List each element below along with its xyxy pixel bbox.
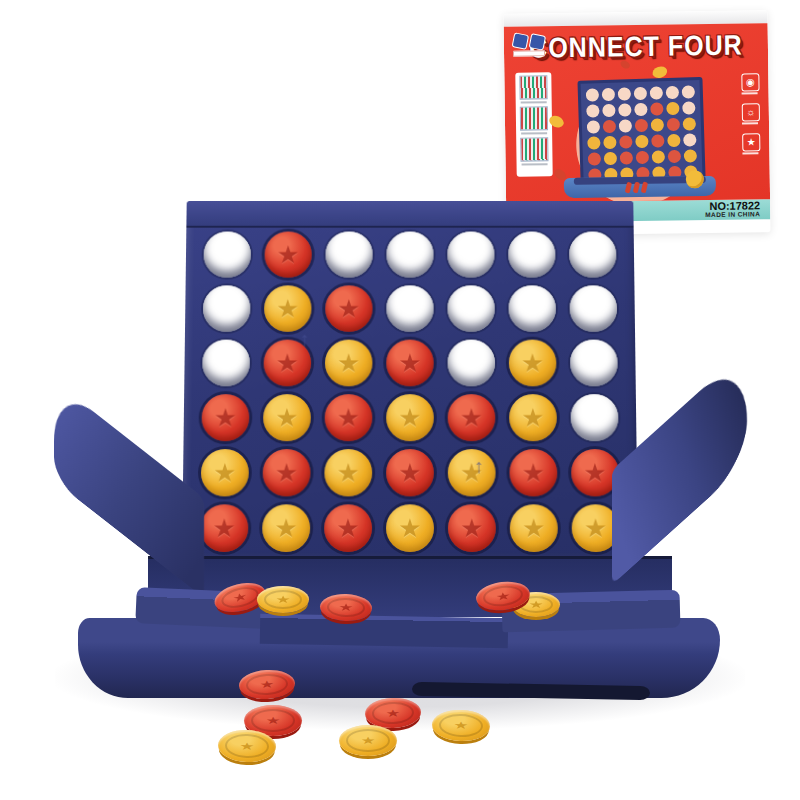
red-disc: ★ xyxy=(509,449,557,496)
box-art-hole xyxy=(666,86,679,99)
cell-r3c3: ★ xyxy=(318,336,379,391)
base-left-arm xyxy=(54,381,204,598)
board-panel: ★★★★★★★★★★★★★★★★★★★★★★★★★★★ ↑ ↑ xyxy=(182,201,638,556)
disc-star-emboss: ★ xyxy=(231,591,248,605)
cell-r1c5 xyxy=(440,228,501,282)
badge-icon-3: ★ xyxy=(742,133,760,151)
cell-r6c4: ★ xyxy=(379,500,441,556)
cell-r5c5: ★ xyxy=(441,445,503,500)
disc-star-emboss: ★ xyxy=(277,242,300,267)
yellow-disc: ★ xyxy=(262,504,310,552)
disc-star-emboss: ★ xyxy=(583,460,606,486)
cell-r4c3: ★ xyxy=(318,390,380,445)
box-art-hole xyxy=(635,135,648,148)
red-disc: ★ xyxy=(448,394,496,441)
cell-r2c3: ★ xyxy=(318,282,379,336)
brand-logo-icon xyxy=(513,33,551,60)
badge-icon-1: ◉ xyxy=(741,73,759,91)
disc-star-emboss: ★ xyxy=(521,405,544,430)
scene: CONNECT FOUR ◉ ☼ xyxy=(0,0,800,800)
box-art-hole xyxy=(667,134,680,147)
box-art-hole xyxy=(634,103,647,116)
disc-star-emboss: ★ xyxy=(528,599,543,609)
disc-star-emboss: ★ xyxy=(274,515,297,541)
disc-star-emboss: ★ xyxy=(337,405,360,430)
brand-caption xyxy=(513,50,545,56)
variant-caption xyxy=(522,163,548,165)
cell-r1c1 xyxy=(196,228,257,282)
empty-hole xyxy=(325,232,372,278)
box-art-hole xyxy=(636,151,649,164)
cell-r1c7 xyxy=(562,228,623,282)
box-art-hole xyxy=(650,86,663,99)
empty-hole xyxy=(386,232,433,278)
cell-r2c5 xyxy=(441,282,502,336)
variant-thumbnail xyxy=(520,106,548,130)
cell-r4c5: ★ xyxy=(441,390,503,445)
disc-star-emboss: ★ xyxy=(276,350,299,375)
box-art-hole xyxy=(586,88,599,101)
disc-star-emboss: ★ xyxy=(213,515,237,541)
box-art-hole xyxy=(682,101,695,114)
disc-star-emboss: ★ xyxy=(275,460,298,486)
disc-star-emboss: ★ xyxy=(522,515,545,541)
yellow-disc-tray: ★ xyxy=(257,586,309,613)
cell-r6c6: ★ xyxy=(503,500,565,556)
box-art-hole xyxy=(684,149,697,162)
cell-r6c2: ★ xyxy=(255,500,317,556)
box-art-hole xyxy=(667,118,680,131)
badge-caption xyxy=(742,152,758,154)
empty-hole xyxy=(203,232,251,278)
box-art-hole xyxy=(682,85,695,98)
disc-star-emboss: ★ xyxy=(337,296,360,321)
red-disc: ★ xyxy=(325,285,372,331)
box-art-hole xyxy=(586,104,599,117)
box-art-hole xyxy=(683,133,696,146)
variant-caption xyxy=(521,101,547,103)
disc-star-emboss: ★ xyxy=(398,460,421,486)
badge-caption xyxy=(742,122,758,124)
cell-r1c4 xyxy=(379,228,440,282)
box-art-hole xyxy=(588,152,601,165)
disc-star-emboss: ★ xyxy=(338,602,354,613)
cell-r4c4: ★ xyxy=(379,390,441,445)
box-art-hole xyxy=(666,102,679,115)
empty-hole xyxy=(447,285,494,331)
yellow-disc: ★ xyxy=(448,449,496,496)
badge-icon-2: ☼ xyxy=(742,103,760,121)
disc-star-emboss: ★ xyxy=(460,515,483,541)
empty-hole xyxy=(569,232,617,278)
cell-r6c3: ★ xyxy=(317,500,379,556)
disc-star-emboss: ★ xyxy=(522,460,545,486)
disc-star-emboss: ★ xyxy=(453,720,469,731)
cell-r4c1: ★ xyxy=(194,390,256,445)
box-art-hole xyxy=(602,88,615,101)
disc-star-emboss: ★ xyxy=(276,296,299,321)
badge-column: ◉ ☼ ★ xyxy=(741,73,760,154)
origin-label: MADE IN CHINA xyxy=(705,212,760,219)
disc-star-emboss: ★ xyxy=(275,594,290,604)
disc-star-emboss: ★ xyxy=(398,350,421,375)
yellow-disc: ★ xyxy=(510,504,558,552)
box-art-hole xyxy=(650,102,663,115)
box-art-hole xyxy=(619,135,632,148)
yellow-disc: ★ xyxy=(324,449,372,496)
empty-hole xyxy=(386,285,433,331)
variant-panel xyxy=(515,72,552,176)
disc-star-emboss: ★ xyxy=(385,708,401,719)
disc-star-emboss: ★ xyxy=(213,460,236,486)
cell-r4c6: ★ xyxy=(502,390,564,445)
disc-star-emboss: ★ xyxy=(337,350,360,375)
empty-hole xyxy=(569,285,617,331)
brand-diamond-icon xyxy=(529,33,547,51)
box-art-hole xyxy=(668,150,681,163)
disc-star-emboss: ★ xyxy=(495,590,511,602)
box-art-hole xyxy=(634,87,647,100)
cell-r3c7 xyxy=(563,336,625,391)
yellow-disc: ★ xyxy=(201,449,249,496)
cell-r1c6 xyxy=(501,228,562,282)
box-face: CONNECT FOUR ◉ ☼ xyxy=(504,23,770,203)
box-art-hole xyxy=(602,104,615,117)
cell-r1c2: ★ xyxy=(257,228,318,282)
box-art xyxy=(556,72,726,200)
brand-diamond-icon xyxy=(512,32,530,50)
box-art-hole xyxy=(604,152,617,165)
box-art-hole xyxy=(618,103,631,116)
red-disc: ★ xyxy=(200,504,248,552)
cell-r2c4 xyxy=(379,282,440,336)
red-disc: ★ xyxy=(263,449,311,496)
red-disc: ★ xyxy=(448,504,496,552)
box-art-hole xyxy=(651,118,664,131)
board-grid: ★★★★★★★★★★★★★★★★★★★★★★★★★★★ xyxy=(193,228,627,556)
cell-r6c5: ★ xyxy=(441,500,503,556)
variant-caption xyxy=(521,132,547,134)
disc-star-emboss: ★ xyxy=(336,515,359,541)
cell-r5c3: ★ xyxy=(317,445,379,500)
red-disc: ★ xyxy=(386,449,434,496)
yellow-disc: ★ xyxy=(386,504,434,552)
board-top-lip xyxy=(186,201,633,228)
disc-star-emboss: ★ xyxy=(398,515,421,541)
cell-r2c1 xyxy=(196,282,258,336)
disc-star-emboss: ★ xyxy=(265,715,280,725)
yellow-disc: ★ xyxy=(386,394,434,441)
empty-hole xyxy=(202,340,250,387)
box-art-hole xyxy=(652,150,665,163)
cell-r3c5 xyxy=(441,336,502,391)
box-art-hole xyxy=(620,151,633,164)
red-disc: ★ xyxy=(324,504,372,552)
cell-r4c2: ★ xyxy=(256,390,318,445)
cell-r5c1: ★ xyxy=(194,445,256,500)
variant-thumbnail xyxy=(519,75,547,99)
red-disc: ★ xyxy=(264,232,311,278)
yellow-disc-floor: ★ xyxy=(339,725,397,756)
variant-thumbnail xyxy=(520,137,548,161)
disc-star-emboss: ★ xyxy=(259,679,275,690)
base-front-channel xyxy=(260,614,508,648)
empty-hole xyxy=(203,285,251,331)
empty-hole xyxy=(570,394,618,441)
red-disc: ★ xyxy=(386,340,434,387)
yellow-disc: ★ xyxy=(325,340,373,387)
empty-hole xyxy=(570,340,618,387)
box-art-hole xyxy=(619,119,632,132)
disc-star-emboss: ★ xyxy=(360,735,375,745)
box-art-hole xyxy=(635,119,648,132)
embossed-arrow-icon: ↑ xyxy=(299,328,309,350)
cell-r3c4: ★ xyxy=(379,336,440,391)
cell-r2c7 xyxy=(563,282,625,336)
box-art-hole xyxy=(683,117,696,130)
yellow-disc: ★ xyxy=(509,340,557,387)
box-art-hole xyxy=(603,120,616,133)
cell-r3c6: ★ xyxy=(502,336,564,391)
empty-hole xyxy=(508,285,556,331)
cell-r3c1 xyxy=(195,336,257,391)
empty-hole xyxy=(447,232,494,278)
cell-r5c6: ★ xyxy=(502,445,564,500)
red-disc: ★ xyxy=(325,394,373,441)
box-art-hole xyxy=(618,87,631,100)
disc-star-emboss: ★ xyxy=(584,515,608,541)
disc-star-emboss: ★ xyxy=(521,350,544,375)
yellow-disc: ★ xyxy=(263,394,311,441)
box-art-hole xyxy=(651,134,664,147)
disc-star-emboss: ★ xyxy=(337,460,360,486)
cell-r1c3 xyxy=(318,228,379,282)
cell-r4c7 xyxy=(564,390,626,445)
empty-hole xyxy=(508,232,555,278)
disc-star-emboss: ★ xyxy=(239,741,255,752)
box-art-yellow-disc xyxy=(686,170,704,188)
empty-hole xyxy=(448,340,496,387)
cell-r2c6 xyxy=(502,282,563,336)
cell-r5c2: ★ xyxy=(256,445,318,500)
badge-caption xyxy=(742,92,758,94)
box-art-hole xyxy=(603,136,616,149)
yellow-disc: ★ xyxy=(264,285,312,331)
red-disc: ★ xyxy=(201,394,249,441)
disc-star-emboss: ★ xyxy=(214,405,237,430)
disc-star-emboss: ★ xyxy=(275,405,298,430)
box-art-hole xyxy=(587,120,600,133)
box-art-hole xyxy=(587,136,600,149)
disc-star-emboss: ★ xyxy=(398,405,421,430)
cell-r5c4: ★ xyxy=(379,445,441,500)
embossed-arrow-icon: ↑ xyxy=(474,455,484,478)
disc-star-emboss: ★ xyxy=(460,405,483,430)
yellow-disc: ★ xyxy=(509,394,557,441)
